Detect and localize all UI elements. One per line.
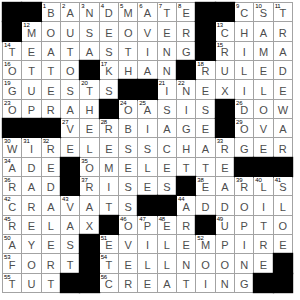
cell-r4c1[interactable]: 16O [3, 61, 21, 79]
cell-letter: N [86, 7, 94, 21]
cell-r6c3[interactable]: R [42, 100, 60, 118]
clue-number: 42 [4, 196, 10, 203]
cell-r6c9[interactable]: S [158, 100, 176, 118]
cell-r12c8[interactable]: 47P [138, 216, 156, 234]
cell-r13c9[interactable]: L [158, 235, 176, 253]
cell-letter: V [144, 27, 151, 41]
clue-number: 4 [101, 3, 104, 10]
cell-r3c12[interactable]: 15R [216, 42, 234, 60]
cell-r2c6[interactable]: E [100, 22, 118, 40]
black-cell [158, 196, 176, 214]
cell-r11c11[interactable]: D [196, 196, 214, 214]
cell-r12c5[interactable]: X [80, 216, 98, 234]
cell-r7c13[interactable]: 29O [235, 119, 253, 137]
cell-letter: I [204, 278, 207, 292]
cell-letter: O [47, 27, 56, 41]
cell-r4c12[interactable]: U [216, 61, 234, 79]
cell-r5c10[interactable]: 22N [177, 80, 195, 98]
cell-r5c2[interactable]: U [22, 80, 40, 98]
black-cell [196, 3, 214, 21]
cell-letter: S [144, 143, 151, 157]
cell-r7c14[interactable]: V [254, 119, 272, 137]
black-cell [216, 119, 234, 137]
cell-r10c7[interactable]: S [119, 177, 137, 195]
clue-number: 16 [4, 61, 10, 68]
cell-letter: E [260, 143, 267, 157]
cell-r3c7[interactable]: T [119, 42, 137, 60]
cell-r5c5[interactable]: 20T [80, 80, 98, 98]
cell-letter: D [28, 162, 36, 176]
black-cell [196, 42, 214, 60]
cell-r2c4[interactable]: U [61, 22, 79, 40]
cell-letter: S [202, 104, 209, 118]
cell-letter: I [107, 181, 110, 195]
cell-r6c2[interactable]: P [22, 100, 40, 118]
cell-r8c3[interactable]: 32R [42, 138, 60, 156]
cell-r1c15[interactable]: 11T [274, 3, 292, 21]
cell-r8c7[interactable]: S [119, 138, 137, 156]
cell-letter: H [124, 65, 132, 79]
cell-r9c8[interactable]: L [138, 158, 156, 176]
cell-r5c4[interactable]: S [61, 80, 79, 98]
cell-letter: E [144, 278, 151, 292]
cell-r9c2[interactable]: D [22, 158, 40, 176]
cell-letter: R [279, 143, 287, 157]
cell-r11c15[interactable]: L [274, 196, 292, 214]
cell-r2c14[interactable]: A [254, 22, 272, 40]
cell-letter: T [125, 46, 132, 60]
cell-r13c15[interactable]: E [274, 235, 292, 253]
clue-number: 28 [101, 119, 107, 126]
cell-letter: A [279, 123, 286, 137]
clue-number: 54 [101, 254, 107, 261]
cell-letter: A [66, 104, 73, 118]
cell-letter: E [28, 46, 35, 60]
cell-r11c10[interactable]: 44A [177, 196, 195, 214]
black-cell [42, 119, 60, 137]
cell-letter: T [67, 259, 74, 273]
cell-r1c9[interactable]: 7T [158, 3, 176, 21]
cell-r10c2[interactable]: A [22, 177, 40, 195]
cell-r9c12[interactable]: E [216, 158, 234, 176]
cell-letter: C [240, 7, 248, 21]
cell-letter: D [105, 7, 113, 21]
cell-r3c5[interactable]: A [80, 42, 98, 60]
cell-r4c9[interactable]: N [158, 61, 176, 79]
cell-r8c11[interactable]: A [196, 138, 214, 156]
cell-r10c9[interactable]: S [158, 177, 176, 195]
cell-r5c11[interactable]: E [196, 80, 214, 98]
cell-r4c6[interactable]: 17K [100, 61, 118, 79]
cell-r14c14[interactable]: E [254, 254, 272, 272]
black-cell [274, 158, 292, 176]
cell-r11c5[interactable]: A [80, 196, 98, 214]
cell-r8c13[interactable]: G [235, 138, 253, 156]
cell-r8c10[interactable]: H [177, 138, 195, 156]
cell-letter: A [86, 201, 93, 215]
cell-letter: G [240, 143, 249, 157]
cell-r9c11[interactable]: T [196, 158, 214, 176]
clue-number: 47 [139, 216, 145, 223]
cell-r2c5[interactable]: S [80, 22, 98, 40]
clue-number: 9 [236, 3, 239, 10]
cell-r12c14[interactable]: T [254, 216, 272, 234]
cell-letter: E [202, 123, 209, 137]
cell-r6c15[interactable]: W [274, 100, 292, 118]
cell-letter: A [260, 27, 267, 41]
cell-r12c7[interactable]: 46O [119, 216, 137, 234]
cell-r6c14[interactable]: O [254, 100, 272, 118]
cell-r4c3[interactable]: T [42, 61, 60, 79]
cell-r5c3[interactable]: E [42, 80, 60, 98]
clue-number: 1 [43, 3, 46, 10]
cell-r4c2[interactable]: T [22, 61, 40, 79]
cell-r12c4[interactable]: A [61, 216, 79, 234]
black-cell [22, 3, 40, 21]
cell-r15c3[interactable]: T [42, 274, 60, 292]
black-cell [177, 61, 195, 79]
cell-r13c4[interactable]: S [61, 235, 79, 253]
cell-letter: E [66, 143, 73, 157]
black-cell [80, 235, 98, 253]
cell-r9c7[interactable]: E [119, 158, 137, 176]
clue-number: 2 [62, 3, 65, 10]
black-cell [274, 274, 292, 292]
cell-r8c12[interactable]: 33R [216, 138, 234, 156]
cell-r4c11[interactable]: 18R [196, 61, 214, 79]
cell-r3c8[interactable]: I [138, 42, 156, 60]
cell-r14c10[interactable]: N [177, 254, 195, 272]
cell-letter: P [240, 220, 247, 234]
cell-r11c7[interactable]: S [119, 196, 137, 214]
cell-r13c14[interactable]: R [254, 235, 272, 253]
clue-number: 33 [217, 138, 223, 145]
cell-letter: X [221, 85, 228, 99]
cell-r2c3[interactable]: O [42, 22, 60, 40]
cell-letter: H [182, 143, 190, 157]
cell-r14c4[interactable]: T [61, 254, 79, 272]
cell-letter: V [124, 239, 131, 253]
cell-letter: T [260, 220, 267, 234]
cell-r7c6[interactable]: 28R [100, 119, 118, 137]
cell-r14c11[interactable]: O [196, 254, 214, 272]
clue-number: 19 [4, 80, 10, 87]
cell-r15c1[interactable]: 55T [3, 274, 21, 292]
cell-r5c1[interactable]: 19G [3, 80, 21, 98]
cell-letter: L [260, 85, 266, 99]
cell-r13c3[interactable]: E [42, 235, 60, 253]
cell-letter: A [221, 181, 228, 195]
cell-r4c8[interactable]: A [138, 61, 156, 79]
cell-r12c15[interactable]: O [274, 216, 292, 234]
cell-r4c7[interactable]: H [119, 61, 137, 79]
cell-r8c2[interactable]: 31I [22, 138, 40, 156]
cell-r6c13[interactable]: 26D [235, 100, 253, 118]
cell-r9c1[interactable]: 34A [3, 158, 21, 176]
cell-r3c9[interactable]: N [158, 42, 176, 60]
clue-number: 21 [159, 80, 165, 87]
cell-r1c3[interactable]: 1B [42, 3, 60, 21]
cell-r6c5[interactable]: H [80, 100, 98, 118]
cell-r8c8[interactable]: S [138, 138, 156, 156]
clue-number: 12 [23, 22, 29, 29]
cell-r6c7[interactable]: 24O [119, 100, 137, 118]
cell-letter: W [278, 104, 288, 118]
clue-number: 11 [275, 3, 281, 10]
clue-number: 43 [62, 196, 68, 203]
black-cell [3, 22, 21, 40]
cell-r6c11[interactable]: S [196, 100, 214, 118]
black-cell [61, 177, 79, 195]
cell-letter: U [221, 65, 229, 79]
cell-r10c15[interactable]: 41S [274, 177, 292, 195]
cell-r13c1[interactable]: 50A [3, 235, 21, 253]
cell-letter: O [279, 220, 288, 234]
cell-r15c10[interactable]: T [177, 274, 195, 292]
cell-r12c9[interactable]: 48E [158, 216, 176, 234]
cell-r13c7[interactable]: V [119, 235, 137, 253]
cell-letter: E [279, 239, 286, 253]
cell-r11c1[interactable]: 42C [3, 196, 21, 214]
clue-number: 26 [236, 100, 242, 107]
cell-r1c8[interactable]: 6A [138, 3, 156, 21]
cell-letter: T [163, 7, 170, 21]
cell-r5c12[interactable]: X [216, 80, 234, 98]
cell-r4c4[interactable]: O [61, 61, 79, 79]
cell-r1c4[interactable]: 2A [61, 3, 79, 21]
cell-r2c9[interactable]: E [158, 22, 176, 40]
cell-r3c15[interactable]: A [274, 42, 292, 60]
cell-letter: U [28, 278, 36, 292]
cell-r4c13[interactable]: L [235, 61, 253, 79]
cell-r5c13[interactable]: I [235, 80, 253, 98]
cell-letter: E [105, 143, 112, 157]
cell-r13c12[interactable]: P [216, 235, 234, 253]
cell-r14c12[interactable]: O [216, 254, 234, 272]
cell-letter: D [47, 181, 55, 195]
cell-r2c2[interactable]: 12M [22, 22, 40, 40]
cell-letter: P [28, 104, 35, 118]
cell-r9c3[interactable]: E [42, 158, 60, 176]
cell-r8c1[interactable]: 30W [3, 138, 21, 156]
cell-r10c1[interactable]: 36R [3, 177, 21, 195]
cell-r1c14[interactable]: 10S [254, 3, 272, 21]
cell-r3c3[interactable]: A [42, 42, 60, 60]
cell-r11c14[interactable]: I [254, 196, 272, 214]
black-cell [274, 254, 292, 272]
cell-r7c9[interactable]: A [158, 119, 176, 137]
cell-r14c9[interactable]: L [158, 254, 176, 272]
cell-letter: I [185, 104, 188, 118]
cell-r12c2[interactable]: E [22, 216, 40, 234]
cell-r15c8[interactable]: E [138, 274, 156, 292]
cell-r10c6[interactable]: I [100, 177, 118, 195]
cell-r15c12[interactable]: N [216, 274, 234, 292]
cell-r5c14[interactable]: L [254, 80, 272, 98]
cell-letter: L [164, 259, 170, 273]
cell-letter: S [105, 85, 112, 99]
cell-r12c13[interactable]: P [235, 216, 253, 234]
cell-r13c10[interactable]: E [177, 235, 195, 253]
clue-number: 6 [139, 3, 142, 10]
cell-letter: T [105, 201, 112, 215]
cell-letter: V [260, 123, 267, 137]
cell-letter: A [66, 7, 73, 21]
black-cell [235, 158, 253, 176]
cell-r2c12[interactable]: 13C [216, 22, 234, 40]
clue-number: 17 [101, 61, 107, 68]
cell-r2c8[interactable]: V [138, 22, 156, 40]
cell-letter: A [47, 46, 54, 60]
cell-r8c9[interactable]: C [158, 138, 176, 156]
cell-letter: I [146, 239, 149, 253]
black-cell [138, 80, 156, 98]
clue-number: 35 [81, 158, 87, 165]
cell-r13c8[interactable]: I [138, 235, 156, 253]
cell-r8c4[interactable]: E [61, 138, 79, 156]
cell-r1c7[interactable]: 5M [119, 3, 137, 21]
cell-r15c2[interactable]: U [22, 274, 40, 292]
cell-r14c7[interactable]: E [119, 254, 137, 272]
cell-letter: R [124, 278, 132, 292]
cell-letter: S [124, 181, 131, 195]
cell-r7c11[interactable]: E [196, 119, 214, 137]
cell-r1c10[interactable]: 8E [177, 3, 195, 21]
cell-r8c6[interactable]: E [100, 138, 118, 156]
cell-r15c6[interactable]: 56C [100, 274, 118, 292]
cell-r12c1[interactable]: 45R [3, 216, 21, 234]
cell-r10c12[interactable]: A [216, 177, 234, 195]
cell-r13c2[interactable]: Y [22, 235, 40, 253]
crossword-grid: 1B2A3N4D5M6A7T8E9C10S11T12MOUSEOVER13CHA… [2, 2, 293, 293]
cell-r7c7[interactable]: B [119, 119, 137, 137]
cell-r13c11[interactable]: 52M [196, 235, 214, 253]
cell-r7c10[interactable]: G [177, 119, 195, 137]
clue-number: 55 [4, 274, 10, 281]
black-cell [100, 100, 118, 118]
cell-r14c6[interactable]: 54T [100, 254, 118, 272]
cell-r15c11[interactable]: I [196, 274, 214, 292]
cell-r3c1[interactable]: 14T [3, 42, 21, 60]
cell-r3c6[interactable]: S [100, 42, 118, 60]
cell-r7c15[interactable]: A [274, 119, 292, 137]
cell-letter: S [86, 27, 93, 41]
cell-r5c9[interactable]: 21I [158, 80, 176, 98]
cell-r12c10[interactable]: R [177, 216, 195, 234]
cell-letter: I [146, 46, 149, 60]
cell-r9c9[interactable]: E [158, 158, 176, 176]
cell-letter: T [183, 278, 190, 292]
cell-r7c4[interactable]: 27V [61, 119, 79, 137]
cell-r9c6[interactable]: M [100, 158, 118, 176]
cell-r5c15[interactable]: E [274, 80, 292, 98]
cell-r9c5[interactable]: 35O [80, 158, 98, 176]
cell-r13c6[interactable]: 51E [100, 235, 118, 253]
cell-r14c1[interactable]: 53F [3, 254, 21, 272]
cell-r7c5[interactable]: E [80, 119, 98, 137]
cell-r15c13[interactable]: G [235, 274, 253, 292]
clue-number: 14 [4, 42, 10, 49]
cell-r13c13[interactable]: I [235, 235, 253, 253]
cell-letter: M [259, 46, 268, 60]
cell-letter: A [163, 123, 170, 137]
clue-number: 29 [236, 119, 242, 126]
cell-r8c14[interactable]: E [254, 138, 272, 156]
cell-r1c6[interactable]: 4D [100, 3, 118, 21]
clue-number: 41 [275, 177, 281, 184]
cell-r14c2[interactable]: O [22, 254, 40, 272]
cell-r15c9[interactable]: A [158, 274, 176, 292]
cell-r11c13[interactable]: O [235, 196, 253, 214]
cell-r10c8[interactable]: E [138, 177, 156, 195]
cell-r4c14[interactable]: E [254, 61, 272, 79]
cell-letter: S [163, 181, 170, 195]
cell-r6c4[interactable]: A [61, 100, 79, 118]
cell-r10c5[interactable]: 37R [80, 177, 98, 195]
cell-r14c8[interactable]: L [138, 254, 156, 272]
cell-letter: A [144, 7, 151, 21]
cell-letter: D [221, 201, 229, 215]
cell-letter: E [260, 259, 267, 273]
cell-r3c14[interactable]: M [254, 42, 272, 60]
cell-r10c3[interactable]: D [42, 177, 60, 195]
clue-number: 23 [4, 100, 10, 107]
cell-r2c15[interactable]: R [274, 22, 292, 40]
cell-r14c3[interactable]: R [42, 254, 60, 272]
cell-letter: O [201, 259, 210, 273]
cell-r7c8[interactable]: I [138, 119, 156, 137]
cell-r3c4[interactable]: T [61, 42, 79, 60]
cell-r8c5[interactable]: L [80, 138, 98, 156]
cell-r1c13[interactable]: 9C [235, 3, 253, 21]
cell-r11c4[interactable]: 43V [61, 196, 79, 214]
cell-r2c13[interactable]: H [235, 22, 253, 40]
cell-letter: R [182, 220, 190, 234]
cell-r11c2[interactable]: R [22, 196, 40, 214]
cell-letter: N [182, 259, 190, 273]
cell-r5c6[interactable]: S [100, 80, 118, 98]
cell-r12c3[interactable]: L [42, 216, 60, 234]
clue-number: 3 [81, 3, 84, 10]
cell-r2c7[interactable]: O [119, 22, 137, 40]
cell-r10c11[interactable]: 38E [196, 177, 214, 195]
cell-r10c13[interactable]: 39R [235, 177, 253, 195]
cell-r6c1[interactable]: 23O [3, 100, 21, 118]
cell-r12c12[interactable]: 49U [216, 216, 234, 234]
cell-r10c14[interactable]: 40L [254, 177, 272, 195]
cell-r11c6[interactable]: T [100, 196, 118, 214]
cell-r1c5[interactable]: 3N [80, 3, 98, 21]
clue-number: 56 [101, 274, 107, 281]
cell-r11c12[interactable]: D [216, 196, 234, 214]
cell-letter: B [124, 123, 131, 137]
cell-r3c13[interactable]: I [235, 42, 253, 60]
cell-r3c2[interactable]: E [22, 42, 40, 60]
cell-r6c10[interactable]: I [177, 100, 195, 118]
cell-r14c13[interactable]: N [235, 254, 253, 272]
cell-r9c10[interactable]: T [177, 158, 195, 176]
cell-r4c15[interactable]: D [274, 61, 292, 79]
cell-r2c10[interactable]: R [177, 22, 195, 40]
cell-r8c15[interactable]: R [274, 138, 292, 156]
cell-letter: E [47, 162, 54, 176]
clue-number: 48 [159, 216, 165, 223]
cell-letter: R [47, 259, 55, 273]
cell-r6c8[interactable]: 25A [138, 100, 156, 118]
cell-r3c10[interactable]: G [177, 42, 195, 60]
cell-r15c7[interactable]: R [119, 274, 137, 292]
cell-r11c3[interactable]: A [42, 196, 60, 214]
